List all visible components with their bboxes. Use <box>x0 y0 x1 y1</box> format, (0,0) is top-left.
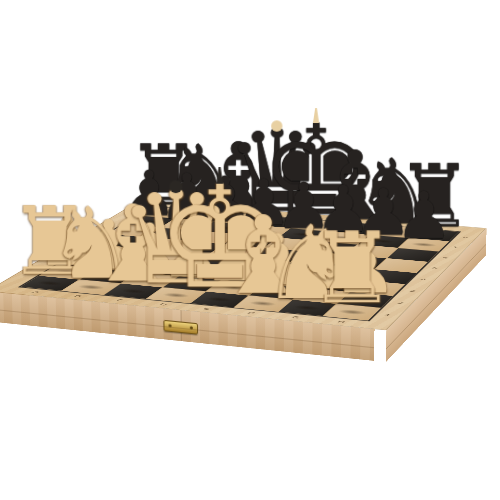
king-spike-finial <box>215 160 223 184</box>
king-spike-finial <box>312 102 319 123</box>
square-h1[interactable]: ♜ <box>323 304 380 320</box>
pawn-glyph: ♟ <box>395 184 453 249</box>
rook-glyph: ♜ <box>308 220 396 318</box>
chess-board: ♜♞♝♛♚♝♞♜♟♟♟♟♟♟♟♟♟♟♟♟♟♟♟♟♜♞♝♛♚♝♞♜ ABCDEFG… <box>0 200 487 330</box>
product-photo: ♜♞♝♛♚♝♞♜♟♟♟♟♟♟♟♟♟♟♟♟♟♟♟♟♜♞♝♛♚♝♞♜ ABCDEFG… <box>0 0 500 500</box>
brass-clasp-icon <box>163 320 198 335</box>
